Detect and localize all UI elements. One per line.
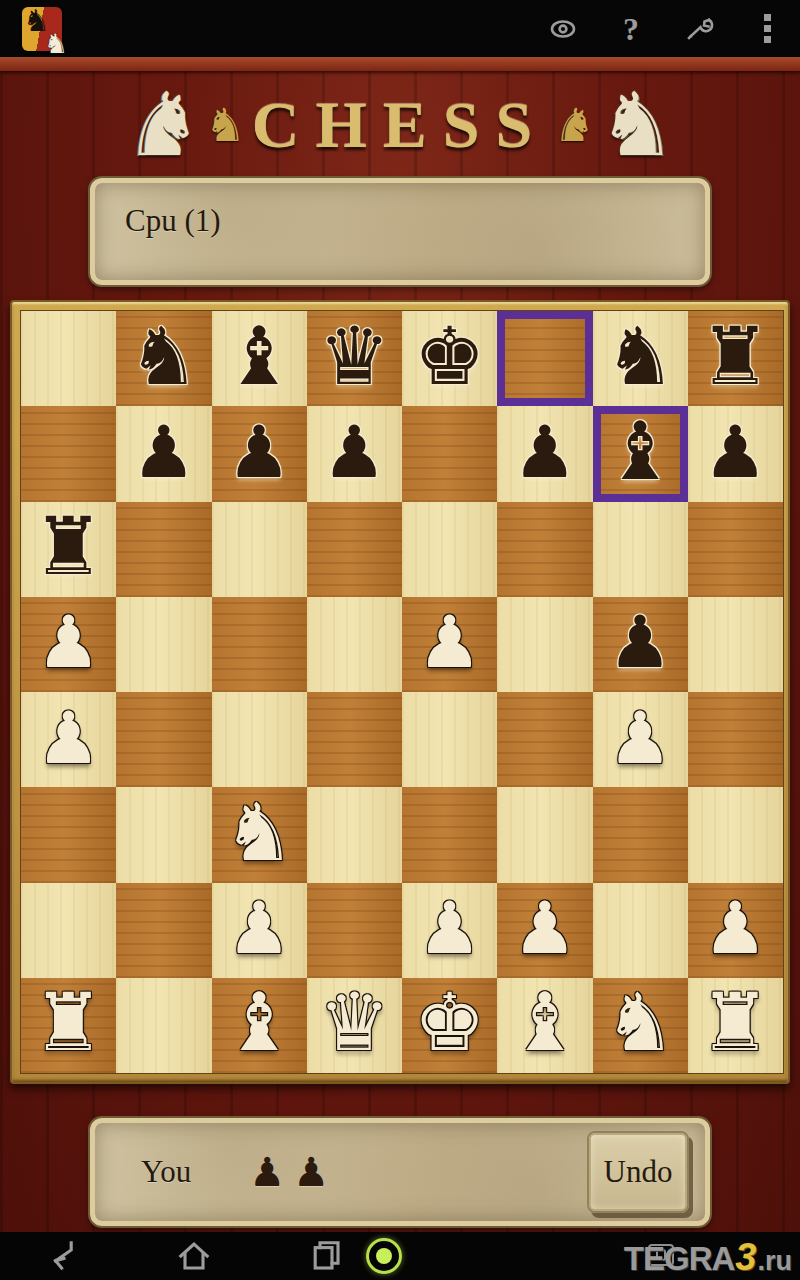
square-b5[interactable] <box>116 597 211 692</box>
white-bishop-c1[interactable]: ♝ <box>223 983 295 1063</box>
square-a7[interactable] <box>21 406 116 501</box>
navigation-bar: TEGRA 3 .ru <box>0 1232 800 1280</box>
square-a2[interactable] <box>21 883 116 978</box>
square-a5[interactable]: ♟ <box>21 597 116 692</box>
decor-knight-small-right-icon: ♞ <box>554 102 595 148</box>
square-f7[interactable]: ♟ <box>497 406 592 501</box>
square-h3[interactable] <box>688 787 783 882</box>
decor-knight-small-left-icon: ♞ <box>205 102 246 148</box>
player-panel: You ♟♟ Undo <box>90 1118 710 1226</box>
square-b4[interactable] <box>116 692 211 787</box>
captured-pieces-tray: ♟♟ <box>249 1152 329 1192</box>
watermark: TEGRA 3 .ru <box>624 1236 792 1279</box>
square-c3[interactable]: ♞ <box>212 787 307 882</box>
show-hint-eye-icon[interactable] <box>548 14 578 44</box>
square-a6[interactable]: ♜ <box>21 502 116 597</box>
square-f1[interactable]: ♝ <box>497 978 592 1073</box>
black-pawn-d7[interactable]: ♟ <box>322 416 387 488</box>
square-e3[interactable] <box>402 787 497 882</box>
black-rook-a6[interactable]: ♜ <box>33 507 105 587</box>
game-background: ♞ ♞ CHESS ♞ ♞ Cpu (1) ♞♝♛♚♞♜♟♟♟♟♝♟♜♟♟♟♟♟… <box>0 57 800 1232</box>
square-a4[interactable]: ♟ <box>21 692 116 787</box>
square-a3[interactable] <box>21 787 116 882</box>
black-rook-h8[interactable]: ♜ <box>700 317 772 397</box>
square-g3[interactable] <box>593 787 688 882</box>
square-e4[interactable] <box>402 692 497 787</box>
captured-black-pawn-2: ♟ <box>293 1152 329 1192</box>
square-c8[interactable]: ♝ <box>212 311 307 406</box>
square-e1[interactable]: ♚ <box>402 978 497 1073</box>
recent-apps-icon[interactable] <box>308 1238 344 1274</box>
square-g5[interactable]: ♟ <box>593 597 688 692</box>
white-knight-c3[interactable]: ♞ <box>223 793 295 873</box>
white-rook-h1[interactable]: ♜ <box>700 983 772 1063</box>
square-d6[interactable] <box>307 502 402 597</box>
watermark-text-1: TEGRA <box>624 1240 735 1278</box>
square-b8[interactable]: ♞ <box>116 311 211 406</box>
decor-knight-right-icon: ♞ <box>597 81 676 169</box>
watermark-text-2: 3 <box>735 1236 756 1279</box>
captured-black-pawn-1: ♟ <box>249 1152 285 1192</box>
decor-top-band <box>0 57 800 71</box>
square-h5[interactable] <box>688 597 783 692</box>
white-pawn-a5[interactable]: ♟ <box>36 606 101 678</box>
page-title: CHESS <box>252 87 548 163</box>
white-pawn-h2[interactable]: ♟ <box>703 892 768 964</box>
chess-app-screen: ♞ ♞ ? <box>0 0 800 1280</box>
white-rook-a1[interactable]: ♜ <box>33 983 105 1063</box>
square-f6[interactable] <box>497 502 592 597</box>
square-e6[interactable] <box>402 502 497 597</box>
square-h8[interactable]: ♜ <box>688 311 783 406</box>
square-d7[interactable]: ♟ <box>307 406 402 501</box>
square-g7[interactable]: ♝ <box>593 406 688 501</box>
white-pawn-a4[interactable]: ♟ <box>36 702 101 774</box>
black-queen-d8[interactable]: ♛ <box>319 317 391 397</box>
chess-board-frame: ♞♝♛♚♞♜♟♟♟♟♝♟♜♟♟♟♟♟♞♟♟♟♟♜♝♛♚♝♞♜ <box>10 300 790 1084</box>
home-icon[interactable] <box>176 1238 212 1274</box>
white-pawn-c2[interactable]: ♟ <box>227 892 292 964</box>
square-f2[interactable]: ♟ <box>497 883 592 978</box>
white-pawn-g4[interactable]: ♟ <box>608 702 673 774</box>
square-b2[interactable] <box>116 883 211 978</box>
watermark-text-3: .ru <box>757 1246 792 1277</box>
opponent-label: Cpu (1) <box>125 203 221 238</box>
square-g6[interactable] <box>593 502 688 597</box>
square-f4[interactable] <box>497 692 592 787</box>
square-d5[interactable] <box>307 597 402 692</box>
square-b3[interactable] <box>116 787 211 882</box>
square-e5[interactable]: ♟ <box>402 597 497 692</box>
black-pawn-h7[interactable]: ♟ <box>703 416 768 488</box>
square-h4[interactable] <box>688 692 783 787</box>
app-icon: ♞ ♞ <box>22 7 62 51</box>
square-e7[interactable] <box>402 406 497 501</box>
square-d1[interactable]: ♛ <box>307 978 402 1073</box>
white-pawn-e5[interactable]: ♟ <box>417 606 482 678</box>
square-b6[interactable] <box>116 502 211 597</box>
white-queen-d1[interactable]: ♛ <box>319 983 391 1063</box>
square-e8[interactable]: ♚ <box>402 311 497 406</box>
black-bishop-g7[interactable]: ♝ <box>604 412 676 492</box>
square-f5[interactable] <box>497 597 592 692</box>
app-icon-white-knight-icon: ♞ <box>44 28 68 59</box>
square-c2[interactable]: ♟ <box>212 883 307 978</box>
square-h6[interactable] <box>688 502 783 597</box>
black-knight-b8[interactable]: ♞ <box>128 317 200 397</box>
opponent-panel: Cpu (1) <box>90 178 710 285</box>
white-bishop-f1[interactable]: ♝ <box>509 983 581 1063</box>
square-e2[interactable]: ♟ <box>402 883 497 978</box>
square-c7[interactable]: ♟ <box>212 406 307 501</box>
app-title-banner: ♞ ♞ CHESS ♞ ♞ <box>0 73 800 177</box>
square-c1[interactable]: ♝ <box>212 978 307 1073</box>
square-h7[interactable]: ♟ <box>688 406 783 501</box>
square-c5[interactable] <box>212 597 307 692</box>
square-d2[interactable] <box>307 883 402 978</box>
square-d8[interactable]: ♛ <box>307 311 402 406</box>
white-knight-g1[interactable]: ♞ <box>604 983 676 1063</box>
back-icon[interactable] <box>46 1238 82 1274</box>
square-d4[interactable] <box>307 692 402 787</box>
square-g4[interactable]: ♟ <box>593 692 688 787</box>
undo-button-label: Undo <box>604 1154 673 1190</box>
black-knight-g8[interactable]: ♞ <box>604 317 676 397</box>
black-pawn-f7[interactable]: ♟ <box>513 416 578 488</box>
square-f3[interactable] <box>497 787 592 882</box>
undo-button[interactable]: Undo <box>587 1131 689 1213</box>
square-g8[interactable]: ♞ <box>593 311 688 406</box>
status-bar: ♞ ♞ ? <box>0 0 800 57</box>
square-g2[interactable] <box>593 883 688 978</box>
square-h2[interactable]: ♟ <box>688 883 783 978</box>
white-pawn-f2[interactable]: ♟ <box>513 892 578 964</box>
square-a8[interactable] <box>21 311 116 406</box>
black-pawn-g5[interactable]: ♟ <box>608 606 673 678</box>
white-pawn-e2[interactable]: ♟ <box>417 892 482 964</box>
help-icon[interactable]: ? <box>616 14 646 44</box>
black-pawn-b7[interactable]: ♟ <box>132 416 197 488</box>
settings-wrench-icon[interactable] <box>684 14 714 44</box>
square-g1[interactable]: ♞ <box>593 978 688 1073</box>
square-f8[interactable] <box>497 311 592 406</box>
square-h1[interactable]: ♜ <box>688 978 783 1073</box>
chess-board[interactable]: ♞♝♛♚♞♜♟♟♟♟♝♟♜♟♟♟♟♟♞♟♟♟♟♜♝♛♚♝♞♜ <box>20 310 784 1074</box>
black-king-e8[interactable]: ♚ <box>414 317 486 397</box>
black-pawn-c7[interactable]: ♟ <box>227 416 292 488</box>
square-b7[interactable]: ♟ <box>116 406 211 501</box>
white-king-e1[interactable]: ♚ <box>414 983 486 1063</box>
square-b1[interactable] <box>116 978 211 1073</box>
overflow-menu-icon[interactable] <box>752 14 782 44</box>
decor-knight-left-icon: ♞ <box>124 81 203 169</box>
square-c4[interactable] <box>212 692 307 787</box>
player-label: You <box>141 1154 191 1190</box>
square-d3[interactable] <box>307 787 402 882</box>
square-a1[interactable]: ♜ <box>21 978 116 1073</box>
black-bishop-c8[interactable]: ♝ <box>223 317 295 397</box>
touch-indicator-dot <box>366 1238 402 1274</box>
square-c6[interactable] <box>212 502 307 597</box>
